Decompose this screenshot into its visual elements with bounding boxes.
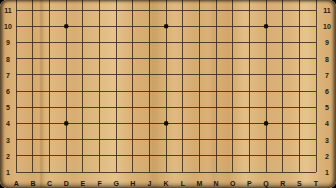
column-label-M: M	[197, 179, 203, 186]
row-label-right-4: 4	[325, 120, 329, 127]
column-label-L: L	[181, 179, 185, 186]
column-label-O: O	[230, 179, 235, 186]
star-point-D4	[64, 121, 69, 126]
column-label-P: P	[247, 179, 252, 186]
go-board[interactable]: ABCDEFGHJKLMNOPQRST111110109988776655443…	[0, 0, 336, 188]
column-label-B: B	[30, 179, 35, 186]
row-label-left-10: 10	[4, 23, 12, 30]
column-label-N: N	[214, 179, 219, 186]
row-label-left-6: 6	[6, 88, 10, 95]
row-label-right-6: 6	[325, 88, 329, 95]
star-point-K4	[164, 121, 169, 126]
row-label-right-3: 3	[325, 136, 329, 143]
row-label-left-4: 4	[6, 120, 10, 127]
row-label-right-8: 8	[325, 55, 329, 62]
star-point-Q10	[264, 24, 269, 29]
row-label-left-3: 3	[6, 136, 10, 143]
row-label-right-10: 10	[323, 23, 331, 30]
star-point-Q4	[264, 121, 269, 126]
column-label-A: A	[14, 179, 19, 186]
row-label-left-8: 8	[6, 55, 10, 62]
row-label-right-9: 9	[325, 39, 329, 46]
row-label-left-5: 5	[6, 104, 10, 111]
column-label-E: E	[81, 179, 86, 186]
row-label-left-9: 9	[6, 39, 10, 46]
star-point-K10	[164, 24, 169, 29]
go-app-screen: ABCDEFGHJKLMNOPQRST111110109988776655443…	[0, 0, 336, 188]
column-label-H: H	[130, 179, 135, 186]
row-label-right-2: 2	[325, 152, 329, 159]
row-label-left-2: 2	[6, 152, 10, 159]
star-point-D10	[64, 24, 69, 29]
row-label-right-7: 7	[325, 71, 329, 78]
row-label-right-5: 5	[325, 104, 329, 111]
column-label-F: F	[97, 179, 101, 186]
column-label-D: D	[64, 179, 69, 186]
column-label-C: C	[47, 179, 52, 186]
column-label-K: K	[164, 179, 169, 186]
board-grid-lines	[0, 0, 336, 188]
row-label-left-7: 7	[6, 71, 10, 78]
column-label-Q: Q	[263, 179, 268, 186]
row-label-left-11: 11	[4, 7, 11, 14]
column-label-J: J	[148, 179, 152, 186]
row-label-right-11: 11	[323, 7, 330, 14]
column-label-S: S	[297, 179, 302, 186]
row-label-right-1: 1	[325, 169, 329, 176]
row-label-left-1: 1	[6, 169, 10, 176]
column-label-R: R	[280, 179, 285, 186]
column-label-T: T	[314, 179, 318, 186]
column-label-G: G	[113, 179, 118, 186]
